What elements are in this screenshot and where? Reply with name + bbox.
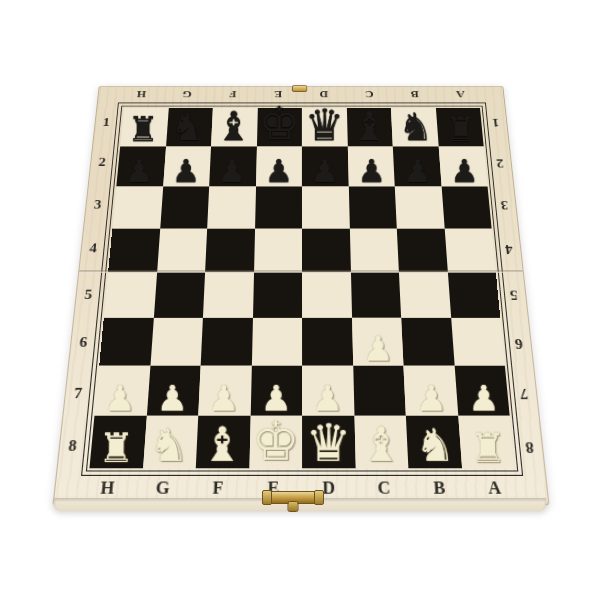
black-pawn-g2: ♟ [172, 155, 201, 186]
square-c4[interactable] [349, 228, 399, 272]
square-e2[interactable]: ♟ [256, 146, 302, 186]
black-pawn-e2: ♟ [265, 155, 293, 186]
square-h7[interactable]: ♟ [94, 366, 149, 416]
square-c7[interactable] [353, 366, 406, 416]
square-g6[interactable] [150, 318, 203, 366]
file-label-top-f: F [210, 87, 256, 101]
white-king-e8: ♚ [251, 415, 299, 469]
clasp-tab [288, 501, 299, 512]
square-a2[interactable]: ♟ [438, 146, 487, 186]
square-e4[interactable] [254, 228, 302, 272]
square-d8[interactable]: ♛ [302, 416, 355, 469]
white-knight-b8: ♞ [415, 423, 456, 468]
square-c8[interactable]: ♝ [354, 416, 408, 469]
square-f6[interactable] [201, 318, 253, 366]
square-a5[interactable] [447, 272, 500, 318]
file-label-top-a: A [437, 87, 484, 101]
square-b8[interactable]: ♞ [406, 416, 462, 469]
square-d1[interactable]: ♛ [302, 108, 347, 146]
white-pawn-h7: ♟ [104, 381, 136, 417]
black-king-e1: ♚ [259, 101, 300, 146]
brass-clasp-icon [262, 488, 324, 514]
square-a7[interactable]: ♟ [454, 366, 510, 416]
square-f5[interactable] [203, 272, 254, 318]
white-pawn-d7: ♟ [312, 381, 344, 417]
square-b3[interactable] [395, 187, 444, 229]
square-g3[interactable] [160, 187, 209, 229]
white-rook-h8: ♜ [98, 428, 135, 469]
rank-label-right-3: 3 [493, 183, 516, 226]
file-label-top-d: D [301, 87, 347, 101]
rank-label-right-4: 4 [497, 226, 520, 271]
square-e5[interactable] [252, 272, 302, 318]
square-e7[interactable]: ♟ [250, 366, 302, 416]
square-d5[interactable] [302, 272, 352, 318]
square-f2[interactable]: ♟ [209, 146, 256, 186]
square-d3[interactable] [302, 187, 349, 229]
black-pawn-f2: ♟ [218, 155, 246, 186]
white-bishop-f8: ♝ [201, 421, 243, 469]
square-f3[interactable] [207, 187, 255, 229]
square-h6[interactable] [99, 318, 153, 366]
square-b1[interactable]: ♞ [391, 108, 438, 146]
square-h5[interactable] [104, 272, 157, 318]
square-b6[interactable] [401, 318, 454, 366]
file-labels-top: HGFEDCBA [118, 87, 484, 101]
white-pawn-c6: ♟ [363, 331, 394, 366]
square-c6[interactable]: ♟ [352, 318, 404, 366]
square-d7[interactable]: ♟ [302, 366, 354, 416]
file-label-top-b: B [392, 87, 438, 101]
square-e6[interactable] [251, 318, 302, 366]
file-label-top-c: C [346, 87, 392, 101]
black-queen-d1: ♛ [305, 103, 345, 147]
square-a8[interactable]: ♜ [458, 416, 515, 469]
square-f4[interactable] [205, 228, 254, 272]
square-e3[interactable] [255, 187, 302, 229]
square-f7[interactable]: ♟ [198, 366, 251, 416]
square-g4[interactable] [157, 228, 208, 272]
square-h3[interactable] [112, 187, 162, 229]
white-pawn-a7: ♟ [468, 381, 500, 417]
square-h4[interactable] [108, 228, 160, 272]
black-pawn-c2: ♟ [357, 155, 385, 186]
black-bishop-f1: ♝ [216, 107, 252, 147]
square-c2[interactable]: ♟ [347, 146, 394, 186]
square-g1[interactable]: ♞ [166, 108, 213, 146]
black-knight-g1: ♞ [171, 108, 206, 146]
square-g5[interactable] [153, 272, 205, 318]
board-outer-border: ♜♞♝♚♛♝♞♜♟♟♟♟♟♟♟♟♟♟♟♟♟♟♟♟♜♞♝♚♛♝♞♜ [81, 103, 523, 476]
square-d2[interactable]: ♟ [302, 146, 348, 186]
square-h2[interactable]: ♟ [116, 146, 165, 186]
square-a4[interactable] [444, 228, 496, 272]
file-label-top-e: E [255, 87, 301, 101]
file-label-top-g: G [164, 87, 210, 101]
chess-grid: ♜♞♝♚♛♝♞♜♟♟♟♟♟♟♟♟♟♟♟♟♟♟♟♟♜♞♝♚♛♝♞♜ [89, 108, 514, 468]
board-inner-border: ♜♞♝♚♛♝♞♜♟♟♟♟♟♟♟♟♟♟♟♟♟♟♟♟♜♞♝♚♛♝♞♜ [86, 106, 519, 472]
square-g2[interactable]: ♟ [163, 146, 211, 186]
rank-label-right-1: 1 [485, 103, 507, 142]
square-h8[interactable]: ♜ [89, 416, 146, 469]
square-c3[interactable] [348, 187, 396, 229]
square-d4[interactable] [302, 228, 350, 272]
white-bishop-c8: ♝ [361, 421, 403, 469]
square-g7[interactable]: ♟ [146, 366, 200, 416]
square-c5[interactable] [350, 272, 401, 318]
square-b5[interactable] [399, 272, 451, 318]
white-pawn-g7: ♟ [156, 381, 188, 417]
square-d6[interactable] [302, 318, 353, 366]
square-a3[interactable] [441, 187, 491, 229]
square-f1[interactable]: ♝ [211, 108, 257, 146]
square-b2[interactable]: ♟ [393, 146, 441, 186]
square-h1[interactable]: ♜ [120, 108, 168, 146]
square-c1[interactable]: ♝ [346, 108, 392, 146]
square-b7[interactable]: ♟ [403, 366, 457, 416]
square-b4[interactable] [397, 228, 448, 272]
folding-chess-board: HGFEDCBA 12345678 12345678 HGFEDCBA ♜♞♝♚… [53, 86, 550, 505]
square-a6[interactable] [451, 318, 505, 366]
black-pawn-b2: ♟ [404, 155, 433, 186]
black-bishop-c1: ♝ [352, 107, 388, 147]
white-knight-g8: ♞ [149, 423, 190, 468]
square-f8[interactable]: ♝ [196, 416, 250, 469]
black-knight-b1: ♞ [398, 108, 433, 146]
file-label-top-h: H [118, 87, 165, 101]
square-e1[interactable]: ♚ [256, 108, 301, 146]
white-rook-a8: ♜ [470, 428, 507, 469]
white-pawn-f7: ♟ [208, 381, 240, 417]
rank-label-right-2: 2 [489, 142, 511, 183]
square-g8[interactable]: ♞ [143, 416, 199, 469]
black-rook-h1: ♜ [127, 112, 158, 146]
black-pawn-a2: ♟ [450, 155, 479, 186]
black-pawn-d2: ♟ [311, 155, 339, 186]
black-rook-a1: ♜ [445, 112, 476, 146]
white-queen-d8: ♛ [306, 417, 352, 469]
square-a1[interactable]: ♜ [435, 108, 483, 146]
square-e8[interactable]: ♚ [249, 416, 302, 469]
chess-set-photo: HGFEDCBA 12345678 12345678 HGFEDCBA ♜♞♝♚… [0, 0, 600, 600]
black-pawn-h2: ♟ [125, 155, 154, 186]
white-pawn-b7: ♟ [416, 381, 448, 417]
